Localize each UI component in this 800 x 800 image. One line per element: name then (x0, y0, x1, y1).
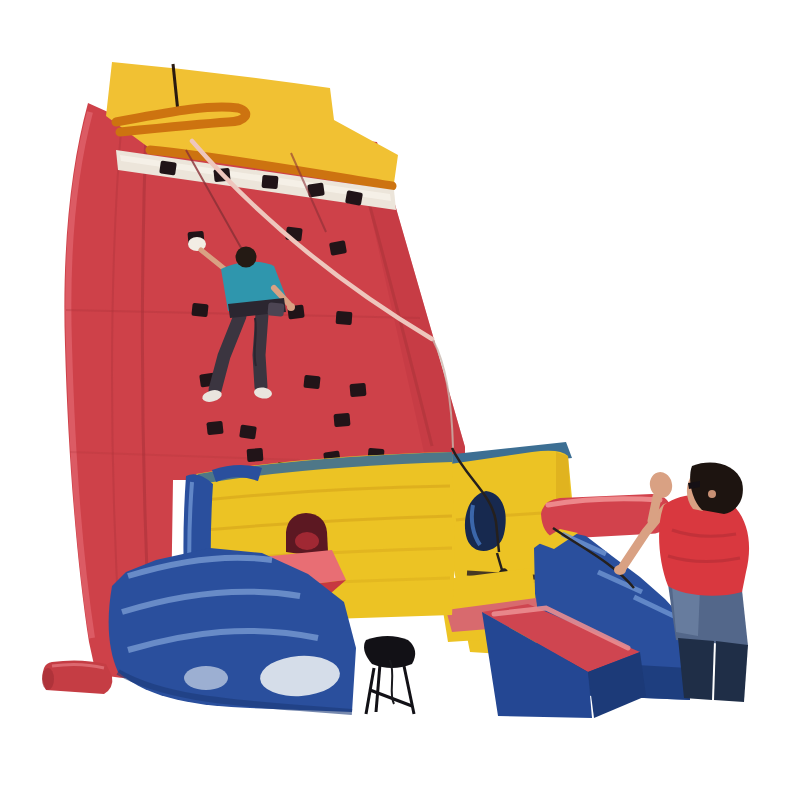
arch-inner (295, 532, 319, 550)
climber-hand (287, 303, 295, 311)
product-photo (0, 0, 800, 800)
climbing-hold (329, 240, 347, 256)
spotter-hand (614, 565, 626, 575)
climbing-hold (345, 190, 363, 206)
climbing-hold (239, 424, 257, 439)
anchor-tube (42, 660, 112, 694)
folding-chair (364, 636, 415, 714)
climbing-hold (159, 160, 177, 175)
inflatable-base (109, 442, 690, 718)
climbing-hold (261, 175, 278, 189)
climbing-hold (247, 448, 264, 462)
climbing-hold (336, 311, 353, 325)
steps-shine-soft (184, 666, 228, 690)
climbing-hold (303, 375, 320, 390)
climber-head (236, 247, 257, 268)
climbing-hold (191, 303, 208, 318)
inflatable-climbing-wall-photo (0, 0, 800, 800)
chair-legs (366, 664, 414, 714)
anchor-tube-end (42, 668, 54, 690)
climber-leg-right (259, 314, 262, 387)
spotter-ear (708, 490, 716, 498)
spotter-leg-right (714, 641, 748, 702)
spotter-leg-left (678, 638, 714, 700)
climbing-hold (349, 383, 366, 397)
climber-harness-strap (255, 318, 256, 366)
climber-chalk-bag (267, 302, 284, 316)
chair-seat (364, 636, 415, 668)
spotter-raised-forearm (652, 497, 657, 521)
climbing-hold (206, 421, 223, 436)
climbing-hold (333, 413, 350, 427)
